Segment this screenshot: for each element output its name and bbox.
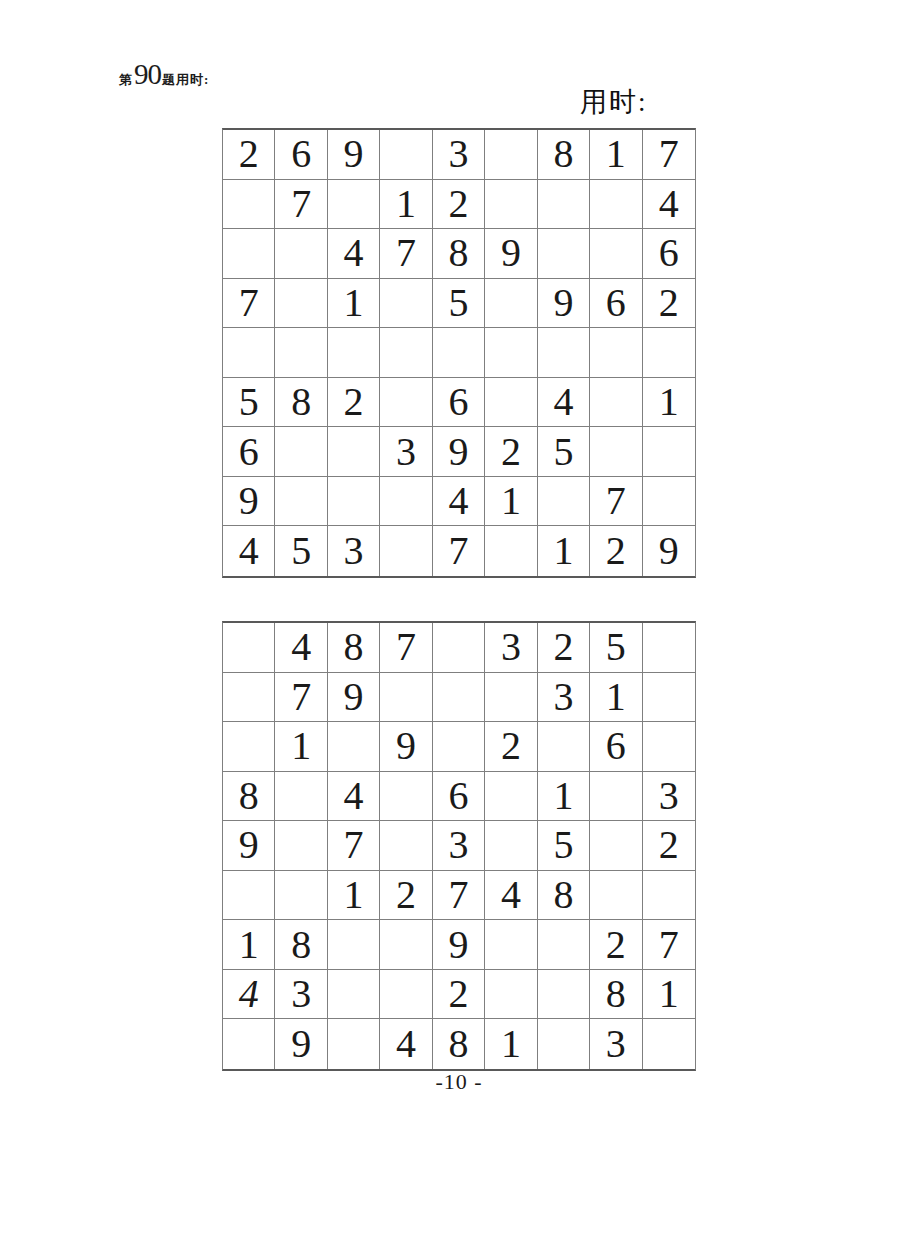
sudoku-cell	[643, 673, 695, 723]
sudoku-cell	[328, 477, 380, 527]
sudoku-cell	[485, 920, 537, 970]
sudoku-cell	[485, 378, 537, 428]
sudoku-cell	[643, 477, 695, 527]
sudoku-given-digit: 9	[239, 481, 259, 521]
sudoku-given-digit: 3	[344, 531, 364, 571]
sudoku-cell	[538, 328, 590, 378]
sudoku-cell: 7	[223, 279, 275, 329]
sudoku-given-digit: 7	[239, 283, 259, 323]
sudoku-cell: 4	[223, 970, 275, 1020]
sudoku-given-digit: 2	[659, 825, 679, 865]
sudoku-given-digit: 7	[448, 531, 468, 571]
sudoku-cell: 4	[328, 229, 380, 279]
sudoku-cell: 9	[223, 477, 275, 527]
sudoku-cell: 7	[380, 229, 432, 279]
sudoku-cell	[485, 970, 537, 1020]
sudoku-given-digit: 8	[291, 382, 311, 422]
sudoku-cell	[380, 328, 432, 378]
sudoku-given-digit: 1	[659, 974, 679, 1014]
sudoku-given-digit: 3	[501, 627, 521, 667]
sudoku-cell	[223, 180, 275, 230]
sudoku-cell	[328, 722, 380, 772]
sudoku-given-digit: 2	[448, 184, 468, 224]
sudoku-cell: 3	[433, 130, 485, 180]
sudoku-cell	[643, 722, 695, 772]
sudoku-cell	[223, 328, 275, 378]
sudoku-cell: 4	[380, 1019, 432, 1069]
sudoku-cell: 2	[590, 526, 642, 576]
sudoku-cell	[328, 427, 380, 477]
sudoku-cell: 5	[275, 526, 327, 576]
sudoku-given-digit: 1	[553, 776, 573, 816]
sudoku-cell	[380, 821, 432, 871]
sudoku-cell	[275, 821, 327, 871]
sudoku-given-digit: 8	[448, 233, 468, 273]
sudoku-cell: 9	[485, 229, 537, 279]
sudoku-cell: 2	[485, 722, 537, 772]
sudoku-given-digit: 1	[344, 875, 364, 915]
sudoku-given-digit: 4	[501, 875, 521, 915]
sudoku-cell: 3	[485, 623, 537, 673]
sudoku-given-digit: 7	[448, 875, 468, 915]
sudoku-given-digit: 2	[396, 875, 416, 915]
sudoku-cell	[538, 477, 590, 527]
sudoku-cell: 2	[433, 970, 485, 1020]
sudoku-given-digit: 1	[396, 184, 416, 224]
sudoku-cell: 4	[328, 772, 380, 822]
sudoku-cell	[223, 871, 275, 921]
sudoku-given-digit: 1	[659, 382, 679, 422]
sudoku-given-digit: 8	[291, 925, 311, 965]
sudoku-cell: 1	[538, 772, 590, 822]
sudoku-cell: 2	[590, 920, 642, 970]
sudoku-cell: 5	[223, 378, 275, 428]
sudoku-given-digit: 1	[239, 925, 259, 965]
sudoku-given-digit: 3	[291, 974, 311, 1014]
sudoku-cell	[328, 920, 380, 970]
sudoku-cell	[590, 871, 642, 921]
sudoku-cell: 4	[485, 871, 537, 921]
sudoku-given-digit: 2	[606, 531, 626, 571]
sudoku-given-digit: 1	[501, 481, 521, 521]
sudoku-cell	[223, 722, 275, 772]
sudoku-given-digit: 9	[659, 531, 679, 571]
sudoku-given-digit: 4	[291, 627, 311, 667]
sudoku-cell: 1	[538, 526, 590, 576]
sudoku-cell	[223, 673, 275, 723]
sudoku-cell	[643, 427, 695, 477]
header-prefix: 第	[119, 71, 133, 89]
sudoku-cell: 6	[433, 772, 485, 822]
sudoku-cell	[223, 1019, 275, 1069]
sudoku-cell: 1	[485, 1019, 537, 1069]
sudoku-cell	[538, 180, 590, 230]
sudoku-cell	[485, 821, 537, 871]
sudoku-given-digit: 7	[659, 134, 679, 174]
sudoku-cell	[538, 1019, 590, 1069]
sudoku-cell	[380, 526, 432, 576]
sudoku-given-digit: 8	[448, 1024, 468, 1064]
sudoku-cell: 2	[328, 378, 380, 428]
sudoku-cell: 3	[590, 1019, 642, 1069]
sudoku-cell	[590, 328, 642, 378]
sudoku-cell: 8	[538, 130, 590, 180]
sudoku-cell	[433, 328, 485, 378]
sudoku-cell: 4	[275, 623, 327, 673]
sudoku-cell: 4	[643, 180, 695, 230]
sudoku-grid-1: 2693817712447896715962582641639259417453…	[222, 128, 696, 578]
sudoku-cell: 2	[643, 279, 695, 329]
sudoku-given-digit: 4	[344, 776, 364, 816]
sudoku-given-digit: 7	[659, 925, 679, 965]
sudoku-cell: 8	[433, 1019, 485, 1069]
sudoku-cell	[328, 970, 380, 1020]
sudoku-cell: 4	[538, 378, 590, 428]
sudoku-cell: 8	[433, 229, 485, 279]
sudoku-given-digit: 9	[448, 925, 468, 965]
sudoku-cell: 8	[275, 920, 327, 970]
sudoku-cell: 6	[590, 279, 642, 329]
sudoku-cell	[590, 180, 642, 230]
sudoku-cell	[538, 920, 590, 970]
sudoku-given-digit: 8	[606, 974, 626, 1014]
sudoku-given-digit: 3	[659, 776, 679, 816]
sudoku-cell	[538, 722, 590, 772]
sudoku-given-digit: 9	[396, 726, 416, 766]
sudoku-given-digit: 1	[291, 726, 311, 766]
sudoku-given-digit: 2	[501, 432, 521, 472]
sudoku-cell	[485, 526, 537, 576]
sudoku-cell: 9	[328, 130, 380, 180]
sudoku-cell	[433, 673, 485, 723]
sudoku-given-digit: 6	[291, 134, 311, 174]
sudoku-given-digit: 5	[291, 531, 311, 571]
sudoku-cell: 5	[433, 279, 485, 329]
sudoku-cell: 1	[328, 871, 380, 921]
sudoku-cell: 6	[643, 229, 695, 279]
sudoku-given-digit: 3	[448, 134, 468, 174]
time-used-label: 用时:	[580, 84, 648, 120]
sudoku-cell	[643, 623, 695, 673]
sudoku-given-digit: 4	[659, 184, 679, 224]
sudoku-given-digit: 8	[239, 776, 259, 816]
sudoku-given-digit: 3	[553, 677, 573, 717]
sudoku-cell	[380, 378, 432, 428]
sudoku-cell: 1	[223, 920, 275, 970]
sudoku-given-digit: 5	[606, 627, 626, 667]
sudoku-cell	[328, 180, 380, 230]
sudoku-given-digit: 7	[344, 825, 364, 865]
sudoku-given-digit: 5	[553, 432, 573, 472]
sudoku-cell	[590, 427, 642, 477]
worksheet-page: 第 90 题用时: 用时: 26938177124478967159625826…	[0, 0, 920, 1237]
sudoku-cell: 3	[275, 970, 327, 1020]
sudoku-cell: 9	[328, 673, 380, 723]
sudoku-cell	[485, 180, 537, 230]
sudoku-cell: 5	[538, 427, 590, 477]
sudoku-cell	[485, 279, 537, 329]
sudoku-cell: 7	[275, 673, 327, 723]
sudoku-cell: 4	[433, 477, 485, 527]
sudoku-given-digit: 5	[448, 283, 468, 323]
sudoku-given-digit: 3	[448, 825, 468, 865]
sudoku-given-digit: 7	[291, 184, 311, 224]
sudoku-cell	[643, 328, 695, 378]
sudoku-cell: 3	[643, 772, 695, 822]
sudoku-cell: 2	[380, 871, 432, 921]
sudoku-cell: 1	[380, 180, 432, 230]
sudoku-given-digit: 2	[448, 974, 468, 1014]
sudoku-cell	[590, 378, 642, 428]
sudoku-given-digit: 9	[344, 677, 364, 717]
sudoku-given-digit: 4	[344, 233, 364, 273]
sudoku-given-digit: 8	[553, 875, 573, 915]
sudoku-cell	[590, 821, 642, 871]
sudoku-cell: 8	[275, 378, 327, 428]
sudoku-cell	[485, 673, 537, 723]
sudoku-given-digit: 7	[291, 677, 311, 717]
sudoku-cell	[275, 477, 327, 527]
sudoku-given-digit: 3	[396, 432, 416, 472]
sudoku-cell	[380, 920, 432, 970]
sudoku-cell	[275, 772, 327, 822]
sudoku-cell: 7	[328, 821, 380, 871]
sudoku-cell: 3	[433, 821, 485, 871]
sudoku-given-digit: 9	[501, 233, 521, 273]
sudoku-cell	[643, 1019, 695, 1069]
sudoku-cell: 1	[643, 970, 695, 1020]
sudoku-given-digit: 9	[344, 134, 364, 174]
sudoku-given-digit: 6	[448, 776, 468, 816]
sudoku-given-digit: 1	[344, 283, 364, 323]
sudoku-cell: 7	[380, 623, 432, 673]
sudoku-given-digit: 4	[239, 974, 259, 1014]
sudoku-cell: 8	[328, 623, 380, 673]
sudoku-cell	[223, 623, 275, 673]
sudoku-cell	[485, 130, 537, 180]
sudoku-cell: 2	[433, 180, 485, 230]
sudoku-given-digit: 6	[606, 726, 626, 766]
sudoku-cell	[485, 328, 537, 378]
sudoku-given-digit: 5	[239, 382, 259, 422]
sudoku-cell: 4	[223, 526, 275, 576]
sudoku-cell	[380, 477, 432, 527]
sudoku-cell: 6	[433, 378, 485, 428]
sudoku-cell	[433, 623, 485, 673]
sudoku-cell: 2	[485, 427, 537, 477]
sudoku-grid-2: 4873257931192684613973521274818927432819…	[222, 621, 696, 1071]
sudoku-cell: 9	[223, 821, 275, 871]
sudoku-cell: 3	[538, 673, 590, 723]
sudoku-cell: 5	[590, 623, 642, 673]
sudoku-cell	[433, 722, 485, 772]
sudoku-cell	[538, 970, 590, 1020]
sudoku-given-digit: 8	[344, 627, 364, 667]
sudoku-cell	[590, 772, 642, 822]
sudoku-cell: 1	[590, 130, 642, 180]
sudoku-cell	[223, 229, 275, 279]
sudoku-given-digit: 2	[606, 925, 626, 965]
sudoku-cell: 7	[433, 526, 485, 576]
sudoku-cell	[275, 279, 327, 329]
sudoku-given-digit: 5	[553, 825, 573, 865]
sudoku-given-digit: 9	[239, 825, 259, 865]
sudoku-cell: 9	[433, 920, 485, 970]
sudoku-given-digit: 4	[553, 382, 573, 422]
sudoku-given-digit: 9	[553, 283, 573, 323]
sudoku-cell: 6	[590, 722, 642, 772]
sudoku-cell: 3	[380, 427, 432, 477]
sudoku-given-digit: 7	[396, 233, 416, 273]
sudoku-given-digit: 2	[659, 283, 679, 323]
sudoku-cell	[275, 229, 327, 279]
sudoku-cell: 7	[643, 130, 695, 180]
sudoku-given-digit: 7	[606, 481, 626, 521]
sudoku-cell: 2	[643, 821, 695, 871]
sudoku-cell: 6	[275, 130, 327, 180]
sudoku-given-digit: 1	[553, 531, 573, 571]
sudoku-given-digit: 6	[239, 432, 259, 472]
sudoku-given-digit: 2	[239, 134, 259, 174]
sudoku-cell: 8	[590, 970, 642, 1020]
sudoku-cell	[590, 229, 642, 279]
sudoku-given-digit: 9	[291, 1024, 311, 1064]
sudoku-given-digit: 6	[606, 283, 626, 323]
sudoku-cell: 1	[590, 673, 642, 723]
sudoku-given-digit: 3	[606, 1024, 626, 1064]
header-problem-number: 90	[134, 58, 161, 91]
header-suffix: 题用时:	[162, 71, 209, 89]
sudoku-given-digit: 7	[396, 627, 416, 667]
sudoku-cell	[380, 673, 432, 723]
sudoku-cell: 2	[223, 130, 275, 180]
sudoku-cell: 6	[223, 427, 275, 477]
page-number: -10 -	[222, 1069, 696, 1095]
sudoku-cell	[380, 130, 432, 180]
sudoku-cell: 3	[328, 526, 380, 576]
sudoku-cell: 8	[223, 772, 275, 822]
sudoku-cell: 9	[433, 427, 485, 477]
sudoku-cell: 9	[538, 279, 590, 329]
sudoku-cell	[275, 871, 327, 921]
sudoku-cell	[538, 229, 590, 279]
sudoku-given-digit: 6	[448, 382, 468, 422]
sudoku-cell	[380, 772, 432, 822]
problem-time-header: 第 90 题用时:	[119, 58, 209, 91]
sudoku-given-digit: 4	[239, 531, 259, 571]
sudoku-given-digit: 4	[396, 1024, 416, 1064]
sudoku-given-digit: 1	[606, 677, 626, 717]
sudoku-cell: 9	[275, 1019, 327, 1069]
sudoku-cell: 7	[433, 871, 485, 921]
sudoku-cell: 2	[538, 623, 590, 673]
sudoku-cell: 1	[643, 378, 695, 428]
sudoku-cell	[328, 328, 380, 378]
sudoku-cell: 1	[275, 722, 327, 772]
sudoku-cell: 9	[380, 722, 432, 772]
sudoku-given-digit: 2	[553, 627, 573, 667]
sudoku-cell	[485, 772, 537, 822]
sudoku-given-digit: 2	[344, 382, 364, 422]
sudoku-given-digit: 6	[659, 233, 679, 273]
sudoku-given-digit: 4	[448, 481, 468, 521]
sudoku-cell	[380, 279, 432, 329]
sudoku-cell: 7	[643, 920, 695, 970]
sudoku-cell: 1	[328, 279, 380, 329]
sudoku-cell: 8	[538, 871, 590, 921]
sudoku-given-digit: 1	[606, 134, 626, 174]
sudoku-cell	[275, 427, 327, 477]
sudoku-given-digit: 2	[501, 726, 521, 766]
sudoku-given-digit: 9	[448, 432, 468, 472]
sudoku-cell: 9	[643, 526, 695, 576]
sudoku-cell	[275, 328, 327, 378]
sudoku-cell: 7	[590, 477, 642, 527]
sudoku-cell: 5	[538, 821, 590, 871]
sudoku-cell: 1	[485, 477, 537, 527]
sudoku-cell	[328, 1019, 380, 1069]
sudoku-cell: 7	[275, 180, 327, 230]
sudoku-cell	[380, 970, 432, 1020]
sudoku-given-digit: 8	[553, 134, 573, 174]
sudoku-given-digit: 1	[501, 1024, 521, 1064]
sudoku-cell	[643, 871, 695, 921]
